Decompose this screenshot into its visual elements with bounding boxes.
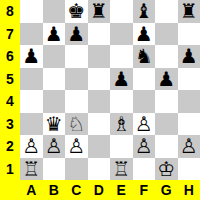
piece-white-knight[interactable]: ♘: [65, 113, 88, 136]
rank-label-3: 3: [0, 113, 20, 136]
square-c1[interactable]: [65, 158, 88, 181]
square-c3[interactable]: ♘: [65, 113, 88, 136]
square-e2[interactable]: [110, 135, 133, 158]
square-h4[interactable]: [178, 90, 201, 113]
square-d3[interactable]: [88, 113, 111, 136]
piece-white-pawn[interactable]: ♙: [65, 135, 88, 158]
corner-spacer: [0, 180, 20, 200]
rank-label-5: 5: [0, 68, 20, 91]
square-b4[interactable]: [43, 90, 66, 113]
file-label-a: A: [20, 180, 43, 200]
square-a5[interactable]: [20, 68, 43, 91]
rank-labels: 87654321: [0, 0, 20, 180]
square-c5[interactable]: [65, 68, 88, 91]
piece-white-rook[interactable]: ♖: [110, 158, 133, 181]
square-b3[interactable]: ♛: [43, 113, 66, 136]
piece-black-pawn[interactable]: ♟: [110, 68, 133, 91]
square-e5[interactable]: ♟: [110, 68, 133, 91]
chess-diagram: 87654321 ♚♜♝♜♟♟♟♟♞♟♟♟♛♘♗♙♙♙♙♙♙♖♖♔ ABCDEF…: [0, 0, 200, 200]
rank-label-1: 1: [0, 158, 20, 181]
square-f1[interactable]: [133, 158, 156, 181]
piece-white-bishop[interactable]: ♗: [110, 113, 133, 136]
square-b7[interactable]: ♟: [43, 23, 66, 46]
square-h7[interactable]: [178, 23, 201, 46]
square-e6[interactable]: [110, 45, 133, 68]
square-c4[interactable]: [65, 90, 88, 113]
square-c6[interactable]: [65, 45, 88, 68]
piece-white-pawn[interactable]: ♙: [133, 135, 156, 158]
square-a7[interactable]: [20, 23, 43, 46]
file-label-e: E: [110, 180, 133, 200]
square-h2[interactable]: ♙: [178, 135, 201, 158]
piece-black-pawn[interactable]: ♟: [178, 45, 201, 68]
square-c7[interactable]: ♟: [65, 23, 88, 46]
piece-black-pawn[interactable]: ♟: [155, 68, 178, 91]
square-f4[interactable]: [133, 90, 156, 113]
square-a3[interactable]: [20, 113, 43, 136]
rank-label-6: 6: [0, 45, 20, 68]
square-b6[interactable]: [43, 45, 66, 68]
square-b5[interactable]: [43, 68, 66, 91]
piece-black-rook[interactable]: ♜: [88, 0, 111, 23]
square-f2[interactable]: ♙: [133, 135, 156, 158]
piece-white-pawn[interactable]: ♙: [43, 135, 66, 158]
rank-label-8: 8: [0, 0, 20, 23]
square-g2[interactable]: [155, 135, 178, 158]
piece-black-rook[interactable]: ♜: [178, 0, 201, 23]
square-g6[interactable]: [155, 45, 178, 68]
square-g3[interactable]: [155, 113, 178, 136]
square-g1[interactable]: ♔: [155, 158, 178, 181]
file-labels: ABCDEFGH: [0, 180, 200, 200]
square-h8[interactable]: ♜: [178, 0, 201, 23]
file-label-d: D: [88, 180, 111, 200]
square-e8[interactable]: [110, 0, 133, 23]
square-h6[interactable]: ♟: [178, 45, 201, 68]
piece-white-rook[interactable]: ♖: [20, 158, 43, 181]
piece-black-pawn[interactable]: ♟: [20, 45, 43, 68]
square-f3[interactable]: ♙: [133, 113, 156, 136]
square-b1[interactable]: [43, 158, 66, 181]
square-h3[interactable]: [178, 113, 201, 136]
piece-black-pawn[interactable]: ♟: [133, 23, 156, 46]
rank-label-4: 4: [0, 90, 20, 113]
square-c2[interactable]: ♙: [65, 135, 88, 158]
square-d2[interactable]: [88, 135, 111, 158]
file-label-b: B: [43, 180, 66, 200]
square-g8[interactable]: [155, 0, 178, 23]
file-label-f: F: [133, 180, 156, 200]
piece-black-pawn[interactable]: ♟: [65, 23, 88, 46]
square-a2[interactable]: ♙: [20, 135, 43, 158]
piece-white-king[interactable]: ♔: [155, 158, 178, 181]
piece-white-pawn[interactable]: ♙: [20, 135, 43, 158]
square-g4[interactable]: [155, 90, 178, 113]
piece-white-pawn[interactable]: ♙: [133, 113, 156, 136]
piece-white-pawn[interactable]: ♙: [178, 135, 201, 158]
chess-board: ♚♜♝♜♟♟♟♟♞♟♟♟♛♘♗♙♙♙♙♙♙♖♖♔: [20, 0, 200, 180]
square-d5[interactable]: [88, 68, 111, 91]
file-label-h: H: [178, 180, 201, 200]
file-label-c: C: [65, 180, 88, 200]
square-f6[interactable]: ♞: [133, 45, 156, 68]
square-d8[interactable]: ♜: [88, 0, 111, 23]
piece-black-pawn[interactable]: ♟: [43, 23, 66, 46]
piece-black-bishop[interactable]: ♝: [133, 0, 156, 23]
square-a1[interactable]: ♖: [20, 158, 43, 181]
square-g7[interactable]: [155, 23, 178, 46]
square-b2[interactable]: ♙: [43, 135, 66, 158]
square-e4[interactable]: [110, 90, 133, 113]
square-d4[interactable]: [88, 90, 111, 113]
square-e3[interactable]: ♗: [110, 113, 133, 136]
square-a4[interactable]: [20, 90, 43, 113]
square-e1[interactable]: ♖: [110, 158, 133, 181]
square-f7[interactable]: ♟: [133, 23, 156, 46]
piece-black-queen[interactable]: ♛: [43, 113, 66, 136]
square-d7[interactable]: [88, 23, 111, 46]
piece-black-king[interactable]: ♚: [65, 0, 88, 23]
square-a6[interactable]: ♟: [20, 45, 43, 68]
square-f8[interactable]: ♝: [133, 0, 156, 23]
rank-label-2: 2: [0, 135, 20, 158]
square-c8[interactable]: ♚: [65, 0, 88, 23]
square-e7[interactable]: [110, 23, 133, 46]
piece-black-knight[interactable]: ♞: [133, 45, 156, 68]
square-f5[interactable]: [133, 68, 156, 91]
square-b8[interactable]: [43, 0, 66, 23]
square-a8[interactable]: [20, 0, 43, 23]
square-g5[interactable]: ♟: [155, 68, 178, 91]
square-d1[interactable]: [88, 158, 111, 181]
square-h1[interactable]: [178, 158, 201, 181]
file-label-g: G: [155, 180, 178, 200]
rank-label-7: 7: [0, 23, 20, 46]
square-h5[interactable]: [178, 68, 201, 91]
square-d6[interactable]: [88, 45, 111, 68]
